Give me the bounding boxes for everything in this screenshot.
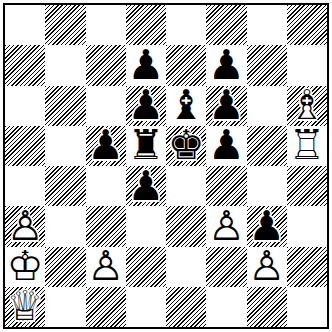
square-b7[interactable] [45, 45, 85, 85]
queen-glyph-outline: ♕ [5, 287, 45, 327]
white-rook[interactable]: ♜♖ [287, 126, 327, 166]
square-h7[interactable] [287, 45, 327, 85]
square-g5[interactable] [247, 126, 287, 166]
square-c3[interactable] [86, 206, 126, 246]
square-b8[interactable] [45, 5, 85, 45]
square-b6[interactable] [45, 86, 85, 126]
square-h2[interactable] [287, 247, 327, 287]
square-f8[interactable] [206, 5, 246, 45]
square-h1[interactable] [287, 287, 327, 327]
square-e7[interactable] [166, 45, 206, 85]
square-f6[interactable]: ♟ [206, 86, 246, 126]
pawn-glyph-fill: ♟ [86, 126, 126, 166]
white-pawn[interactable]: ♟♙ [5, 206, 45, 246]
black-pawn[interactable]: ♟ [206, 86, 246, 126]
square-b3[interactable] [45, 206, 85, 246]
square-h6[interactable]: ♝♗ [287, 86, 327, 126]
pawn-glyph-fill: ♟ [206, 45, 246, 85]
pawn-glyph-outline: ♙ [86, 247, 126, 287]
square-d5[interactable]: ♜ [126, 126, 166, 166]
square-c1[interactable] [86, 287, 126, 327]
black-pawn[interactable]: ♟ [206, 126, 246, 166]
square-a3[interactable]: ♟♙ [5, 206, 45, 246]
square-b1[interactable] [45, 287, 85, 327]
square-f1[interactable] [206, 287, 246, 327]
square-f7[interactable]: ♟ [206, 45, 246, 85]
square-e2[interactable] [166, 247, 206, 287]
king-glyph-outline: ♔ [5, 247, 45, 287]
pawn-glyph-fill: ♟ [206, 126, 246, 166]
square-d7[interactable]: ♟ [126, 45, 166, 85]
square-g7[interactable] [247, 45, 287, 85]
square-e4[interactable] [166, 166, 206, 206]
black-pawn[interactable]: ♟ [86, 126, 126, 166]
square-g6[interactable] [247, 86, 287, 126]
square-a8[interactable] [5, 5, 45, 45]
square-e3[interactable] [166, 206, 206, 246]
black-pawn[interactable]: ♟ [126, 166, 166, 206]
white-queen[interactable]: ♛♕ [5, 287, 45, 327]
black-pawn[interactable]: ♟ [206, 45, 246, 85]
square-g4[interactable] [247, 166, 287, 206]
square-c8[interactable] [86, 5, 126, 45]
square-f4[interactable] [206, 166, 246, 206]
pawn-glyph-fill: ♟ [126, 86, 166, 126]
square-h5[interactable]: ♜♖ [287, 126, 327, 166]
pawn-glyph-outline: ♙ [247, 247, 287, 287]
black-bishop[interactable]: ♝ [166, 86, 206, 126]
square-c7[interactable] [86, 45, 126, 85]
white-pawn[interactable]: ♟♙ [206, 206, 246, 246]
square-c2[interactable]: ♟♙ [86, 247, 126, 287]
square-a4[interactable] [5, 166, 45, 206]
square-e6[interactable]: ♝ [166, 86, 206, 126]
square-a5[interactable] [5, 126, 45, 166]
black-rook[interactable]: ♜ [126, 126, 166, 166]
square-d2[interactable] [126, 247, 166, 287]
square-b2[interactable] [45, 247, 85, 287]
pawn-glyph-outline: ♙ [5, 206, 45, 246]
square-h4[interactable] [287, 166, 327, 206]
square-h8[interactable] [287, 5, 327, 45]
square-h3[interactable] [287, 206, 327, 246]
square-g3[interactable]: ♟ [247, 206, 287, 246]
bishop-glyph-outline: ♗ [287, 86, 327, 126]
square-d6[interactable]: ♟ [126, 86, 166, 126]
black-pawn[interactable]: ♟ [247, 206, 287, 246]
pawn-glyph-fill: ♟ [206, 86, 246, 126]
square-d3[interactable] [126, 206, 166, 246]
square-e5[interactable]: ♚ [166, 126, 206, 166]
square-e1[interactable] [166, 287, 206, 327]
square-a2[interactable]: ♚♔ [5, 247, 45, 287]
pawn-glyph-fill: ♟ [247, 206, 287, 246]
square-f2[interactable] [206, 247, 246, 287]
black-pawn[interactable]: ♟ [126, 86, 166, 126]
square-b5[interactable] [45, 126, 85, 166]
square-g1[interactable] [247, 287, 287, 327]
white-pawn[interactable]: ♟♙ [247, 247, 287, 287]
square-a6[interactable] [5, 86, 45, 126]
white-king[interactable]: ♚♔ [5, 247, 45, 287]
pawn-glyph-outline: ♙ [206, 206, 246, 246]
square-c5[interactable]: ♟ [86, 126, 126, 166]
square-d1[interactable] [126, 287, 166, 327]
square-a1[interactable]: ♛♕ [5, 287, 45, 327]
square-f5[interactable]: ♟ [206, 126, 246, 166]
black-king[interactable]: ♚ [166, 126, 206, 166]
square-g2[interactable]: ♟♙ [247, 247, 287, 287]
square-d4[interactable]: ♟ [126, 166, 166, 206]
black-pawn[interactable]: ♟ [126, 45, 166, 85]
square-a7[interactable] [5, 45, 45, 85]
bishop-glyph-fill: ♝ [166, 86, 206, 126]
chess-board: ♟♟♟♝♟♝♗♟♜♚♟♜♖♟♟♙♟♙♟♚♔♟♙♟♙♛♕ [5, 5, 327, 327]
square-e8[interactable] [166, 5, 206, 45]
square-d8[interactable] [126, 5, 166, 45]
square-g8[interactable] [247, 5, 287, 45]
square-c6[interactable] [86, 86, 126, 126]
rook-glyph-fill: ♜ [126, 126, 166, 166]
square-c4[interactable] [86, 166, 126, 206]
pawn-glyph-fill: ♟ [126, 45, 166, 85]
white-bishop[interactable]: ♝♗ [287, 86, 327, 126]
board-border: ♟♟♟♝♟♝♗♟♜♚♟♜♖♟♟♙♟♙♟♚♔♟♙♟♙♛♕ [3, 3, 329, 329]
king-glyph-fill: ♚ [166, 126, 206, 166]
pawn-glyph-fill: ♟ [126, 166, 166, 206]
rook-glyph-outline: ♖ [287, 126, 327, 166]
square-f3[interactable]: ♟♙ [206, 206, 246, 246]
diagram-page: ♟♟♟♝♟♝♗♟♜♚♟♜♖♟♟♙♟♙♟♚♔♟♙♟♙♛♕ [0, 0, 332, 332]
white-pawn[interactable]: ♟♙ [86, 247, 126, 287]
square-b4[interactable] [45, 166, 85, 206]
